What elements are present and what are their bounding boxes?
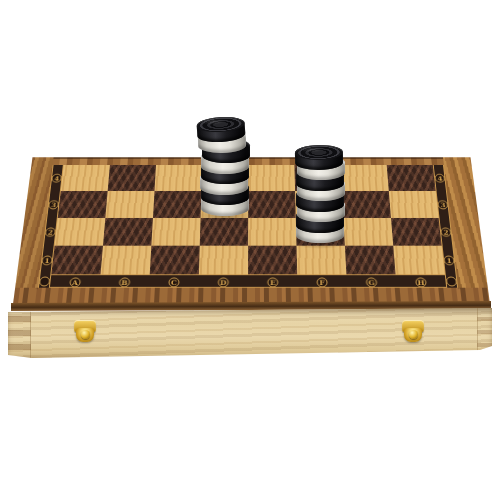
checkers-box-product-photo: 4321 4321 ABCDEFGH bbox=[0, 0, 500, 500]
square-d2 bbox=[200, 218, 248, 246]
rank-label-right-2: 2 bbox=[440, 227, 452, 236]
finger-joints-left bbox=[8, 308, 31, 360]
square-c3 bbox=[153, 191, 201, 218]
square-h1 bbox=[393, 246, 445, 275]
checker-disc-black bbox=[295, 144, 343, 170]
square-g4 bbox=[341, 165, 389, 191]
rank-label-right-4: 4 bbox=[434, 174, 445, 183]
square-a4 bbox=[61, 165, 110, 191]
finger-joints-right bbox=[477, 308, 492, 360]
square-e2 bbox=[248, 218, 296, 246]
square-c2 bbox=[151, 218, 200, 246]
square-h4 bbox=[387, 165, 436, 191]
miter-seam-front-left bbox=[13, 288, 38, 304]
square-h3 bbox=[389, 191, 439, 218]
disc-top-face bbox=[295, 144, 343, 160]
square-d1 bbox=[199, 246, 248, 275]
disc-top-face bbox=[196, 116, 245, 134]
checkers-stack-d3 bbox=[201, 117, 249, 216]
board-top-surface: 4321 4321 ABCDEFGH bbox=[13, 157, 490, 304]
file-label-f: F bbox=[317, 277, 328, 287]
square-a3 bbox=[58, 191, 108, 218]
square-e4 bbox=[248, 165, 295, 191]
corner-medallion-left bbox=[39, 276, 51, 286]
square-f1 bbox=[296, 246, 346, 275]
rank-label-right-3: 3 bbox=[437, 200, 448, 209]
rank-label-left-3: 3 bbox=[48, 200, 59, 209]
file-label-c: C bbox=[168, 277, 179, 287]
square-c4 bbox=[155, 165, 203, 191]
rank-label-left-2: 2 bbox=[45, 227, 57, 236]
box-front-panel bbox=[8, 308, 492, 360]
checkers-stack-f2 bbox=[296, 144, 344, 243]
square-a2 bbox=[55, 218, 106, 246]
brass-clasp-left bbox=[74, 318, 96, 345]
rank-label-right-1: 1 bbox=[443, 255, 455, 265]
square-c1 bbox=[150, 246, 200, 275]
file-label-band-front: ABCDEFGH bbox=[50, 274, 446, 287]
file-label-d: D bbox=[218, 277, 229, 287]
square-b2 bbox=[103, 218, 153, 246]
square-e3 bbox=[248, 191, 296, 218]
clasp-knob bbox=[409, 330, 418, 339]
square-h2 bbox=[391, 218, 442, 246]
square-e1 bbox=[248, 246, 297, 275]
corner-medallion-right bbox=[445, 276, 457, 286]
square-g2 bbox=[343, 218, 393, 246]
rank-label-left-4: 4 bbox=[51, 174, 62, 183]
square-b3 bbox=[105, 191, 154, 218]
file-label-h: H bbox=[415, 277, 427, 287]
file-label-a: A bbox=[69, 277, 81, 287]
brass-clasp-right bbox=[402, 318, 424, 345]
file-label-b: B bbox=[119, 277, 131, 287]
square-b4 bbox=[108, 165, 156, 191]
fold-edge-margin bbox=[31, 157, 471, 165]
clasp-knob bbox=[81, 330, 90, 339]
square-g3 bbox=[342, 191, 391, 218]
square-a1 bbox=[51, 246, 103, 275]
square-b1 bbox=[101, 246, 152, 275]
file-label-e: E bbox=[267, 277, 278, 287]
square-g1 bbox=[345, 246, 396, 275]
file-label-g: G bbox=[366, 277, 378, 287]
rank-label-left-1: 1 bbox=[41, 255, 53, 265]
